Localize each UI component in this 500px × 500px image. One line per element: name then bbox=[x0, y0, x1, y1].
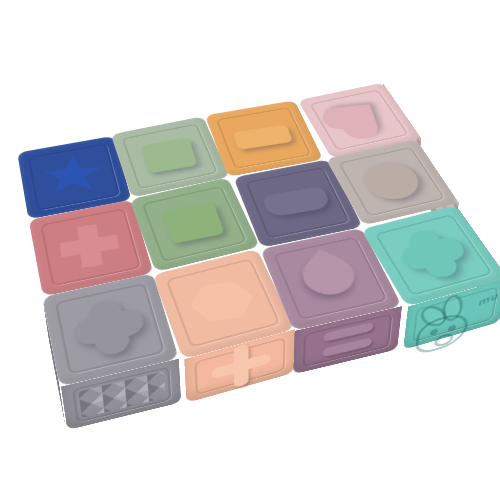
engraved-border bbox=[142, 186, 247, 263]
engraved-border bbox=[40, 208, 141, 286]
engraved-border bbox=[273, 237, 388, 320]
hexagon-shape bbox=[187, 277, 258, 326]
engraved-border bbox=[55, 283, 165, 375]
droplet-shape bbox=[293, 249, 363, 302]
quatrefoil-shape bbox=[89, 311, 128, 344]
plus-shape bbox=[58, 221, 122, 271]
engraved-border bbox=[165, 258, 280, 347]
product-photo: { "scene": { "background": "#ffffff", "s… bbox=[0, 0, 500, 500]
plus-emboss bbox=[233, 343, 248, 388]
mu-emboss-label: mu bbox=[477, 291, 498, 309]
quatrefoil-shape bbox=[412, 239, 454, 268]
photo-stage: mu bbox=[0, 0, 500, 500]
heart-shape bbox=[336, 104, 377, 129]
blocks-arrangement: mu bbox=[12, 82, 500, 391]
